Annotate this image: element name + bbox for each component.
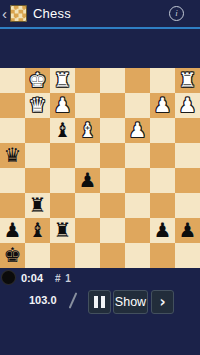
black-to-move-indicator [2,271,15,284]
piece-wK-b8: ♚ [25,68,50,93]
square-c7[interactable]: ♟ [50,93,75,118]
square-f5[interactable] [125,143,150,168]
square-b7[interactable]: ♛ [25,93,50,118]
pause-button[interactable] [88,290,111,314]
piece-wB-d6: ♝ [75,118,100,143]
piece-bR-c2: ♜ [50,218,75,243]
square-g6[interactable] [150,118,175,143]
mate-in-label: # 1 [55,273,72,284]
show-button[interactable]: Show [113,290,148,314]
square-h8[interactable]: ♜ [175,68,200,93]
piece-wR-h8: ♜ [175,68,200,93]
header-divider [0,27,200,29]
piece-bB-b2: ♝ [25,218,50,243]
square-d6[interactable]: ♝ [75,118,100,143]
square-a5[interactable]: ♛ [0,143,25,168]
square-c6[interactable]: ♝ [50,118,75,143]
piece-wR-c8: ♜ [50,68,75,93]
square-c3[interactable] [50,193,75,218]
square-h6[interactable] [175,118,200,143]
separator-slash [69,292,78,308]
square-c4[interactable] [50,168,75,193]
square-h3[interactable] [175,193,200,218]
square-a1[interactable]: ♚ [0,243,25,268]
square-b8[interactable]: ♚ [25,68,50,93]
square-e1[interactable] [100,243,125,268]
square-b4[interactable] [25,168,50,193]
square-g7[interactable]: ♟ [150,93,175,118]
piece-bP-d4: ♟ [75,168,100,193]
square-e6[interactable] [100,118,125,143]
piece-wP-f6: ♟ [125,118,150,143]
square-f1[interactable] [125,243,150,268]
square-a2[interactable]: ♟ [0,218,25,243]
square-d4[interactable]: ♟ [75,168,100,193]
square-f3[interactable] [125,193,150,218]
square-f7[interactable] [125,93,150,118]
square-d2[interactable] [75,218,100,243]
chess-app-icon [10,5,27,22]
square-f4[interactable] [125,168,150,193]
square-b6[interactable] [25,118,50,143]
square-h5[interactable] [175,143,200,168]
square-b1[interactable] [25,243,50,268]
square-d8[interactable] [75,68,100,93]
piece-bP-a2: ♟ [0,218,25,243]
square-a3[interactable] [0,193,25,218]
square-g5[interactable] [150,143,175,168]
chess-board: ♚♜♜♛♟♟♟♝♝♟♛♟♜♟♝♜♟♟♚ [0,68,200,268]
piece-wP-c7: ♟ [50,93,75,118]
square-d1[interactable] [75,243,100,268]
piece-bB-c6: ♝ [50,118,75,143]
square-h7[interactable]: ♟ [175,93,200,118]
square-d3[interactable] [75,193,100,218]
square-e3[interactable] [100,193,125,218]
clock: 0:04 [21,272,43,284]
square-g8[interactable] [150,68,175,93]
square-c8[interactable]: ♜ [50,68,75,93]
square-c1[interactable] [50,243,75,268]
piece-bP-h2: ♟ [175,218,200,243]
square-c5[interactable] [50,143,75,168]
square-e8[interactable] [100,68,125,93]
piece-bR-b3: ♜ [25,193,50,218]
square-g1[interactable] [150,243,175,268]
square-b5[interactable] [25,143,50,168]
piece-bK-a1: ♚ [0,243,25,268]
square-b3[interactable]: ♜ [25,193,50,218]
piece-wP-g7: ♟ [150,93,175,118]
square-a7[interactable] [0,93,25,118]
square-f6[interactable]: ♟ [125,118,150,143]
square-h1[interactable] [175,243,200,268]
piece-bQ-a5: ♛ [0,143,25,168]
square-e2[interactable] [100,218,125,243]
score-value: 103.0 [29,294,57,306]
square-h4[interactable] [175,168,200,193]
square-g2[interactable]: ♟ [150,218,175,243]
back-icon[interactable]: ‹ [0,0,8,27]
square-g4[interactable] [150,168,175,193]
square-a6[interactable] [0,118,25,143]
square-d7[interactable] [75,93,100,118]
square-g3[interactable] [150,193,175,218]
square-b2[interactable]: ♝ [25,218,50,243]
piece-bP-g2: ♟ [150,218,175,243]
pause-icon [94,296,105,308]
info-icon[interactable]: i [169,6,184,21]
square-a4[interactable] [0,168,25,193]
chess-app-screen: ‹ Chess i ♚♜♜♛♟♟♟♝♝♟♛♟♜♟♝♜♟♟♚ 0:04 # 1 1… [0,0,200,355]
square-d5[interactable] [75,143,100,168]
page-title: Chess [33,6,71,21]
square-a8[interactable] [0,68,25,93]
square-e7[interactable] [100,93,125,118]
chevron-right-icon: › [159,291,165,313]
square-f2[interactable] [125,218,150,243]
piece-wQ-b7: ♛ [25,93,50,118]
square-f8[interactable] [125,68,150,93]
header: ‹ Chess i [0,0,200,27]
square-e4[interactable] [100,168,125,193]
square-e5[interactable] [100,143,125,168]
square-c2[interactable]: ♜ [50,218,75,243]
next-button[interactable]: › [151,290,174,314]
piece-wP-h7: ♟ [175,93,200,118]
square-h2[interactable]: ♟ [175,218,200,243]
